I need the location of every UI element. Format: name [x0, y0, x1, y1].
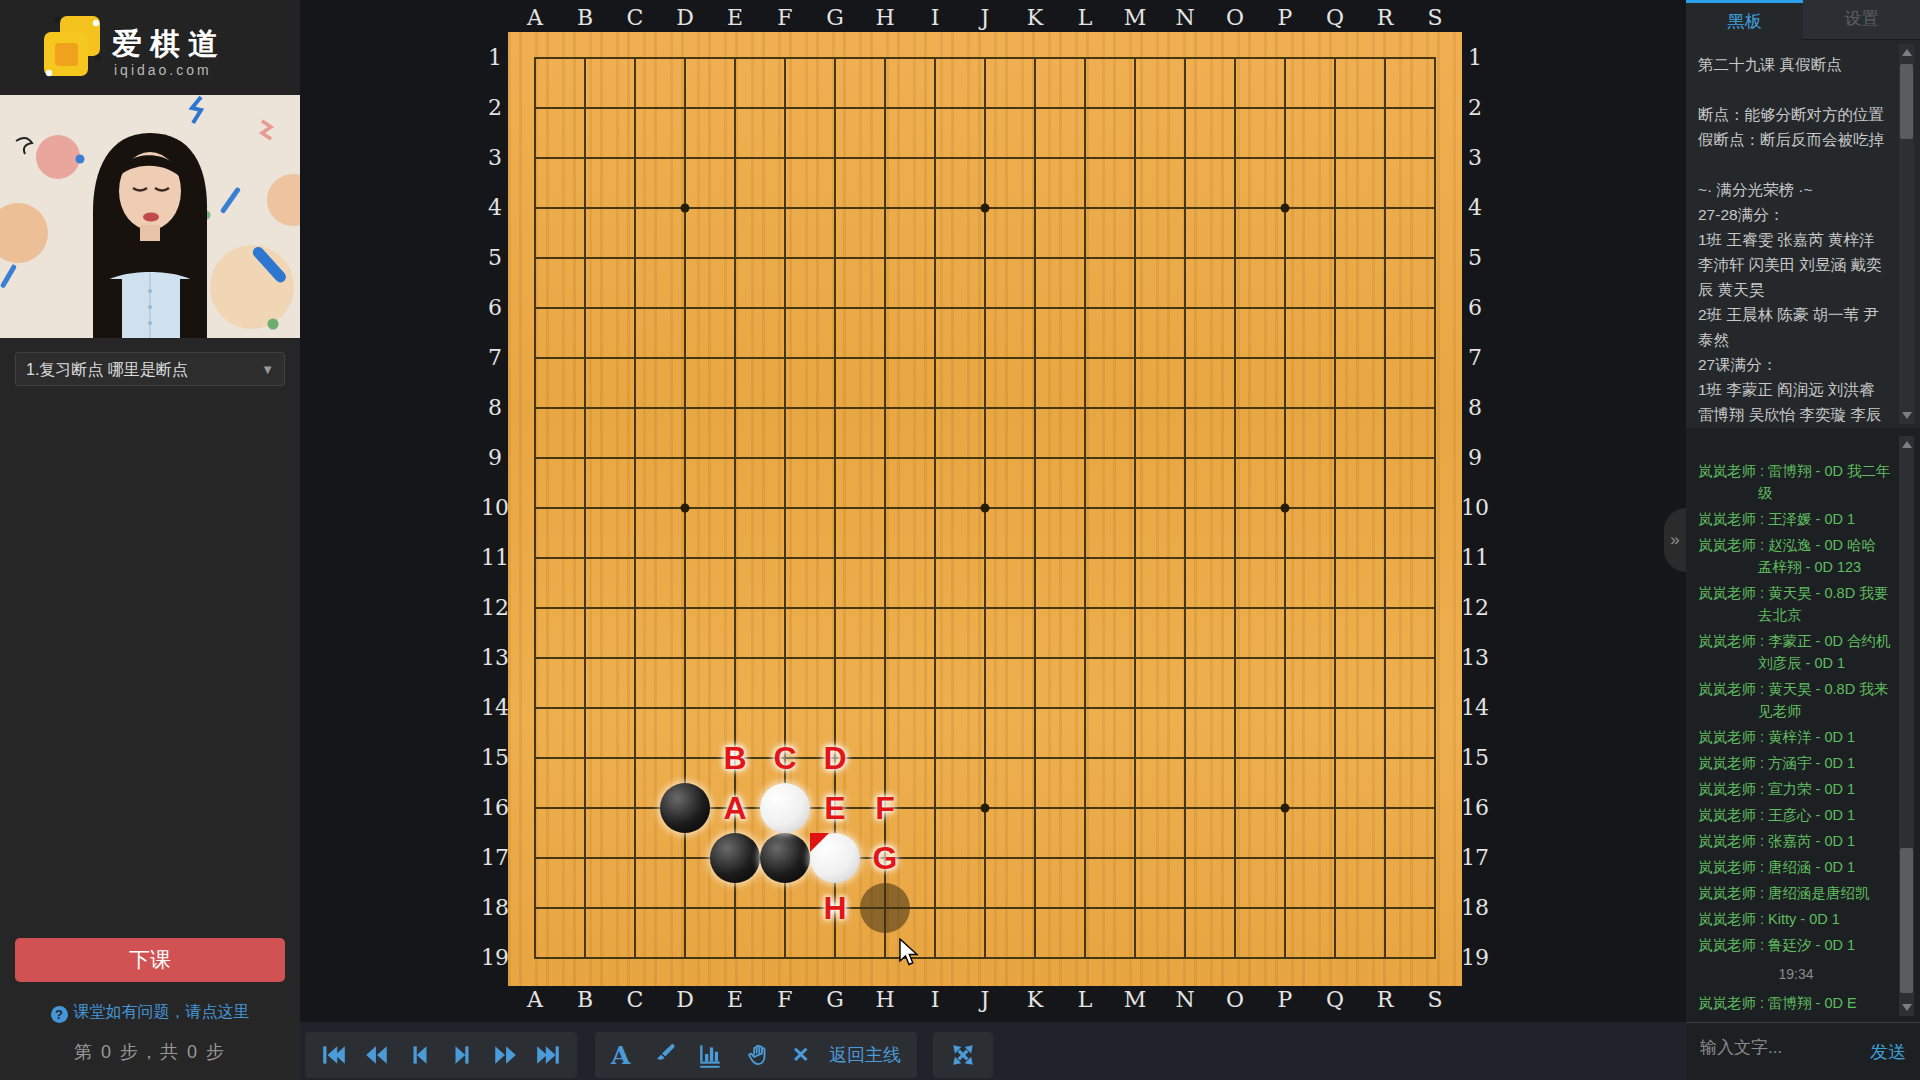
blackboard-line: 1班 李蒙正 阎润远 刘洪睿: [1698, 377, 1896, 402]
board-row-label-left: 16: [470, 795, 520, 821]
blackboard-line: 辰 黄天昊: [1698, 277, 1896, 302]
board-column-label-bottom: N: [1160, 987, 1210, 1013]
mouse-cursor: [898, 938, 920, 968]
blackboard-line: 李沛轩 闪美田 刘昱涵 戴奕: [1698, 252, 1896, 277]
board-column-label-bottom: B: [560, 987, 610, 1013]
playback-controls: [305, 1032, 577, 1078]
board-column-label-top: E: [710, 5, 760, 31]
blackboard-line: 假断点：断后反而会被吃掉: [1698, 127, 1896, 152]
chat-message: 岚岚老师 : 黄天昊 - 0.8D 我来见老师: [1698, 678, 1894, 722]
tab-bar: 黑板 设置: [1686, 0, 1920, 40]
chat-message: 岚岚老师 : 黄梓洋 - 0D 1: [1698, 726, 1894, 748]
board-row-label-right: 1: [1450, 45, 1500, 71]
board-label-B: B: [723, 740, 746, 777]
black-stone-D16[interactable]: [660, 783, 710, 833]
annotation-tools: A ✕ 返回主线: [595, 1032, 917, 1078]
board-column-label-top: O: [1210, 5, 1260, 31]
board-column-label-top: R: [1360, 5, 1410, 31]
board-label-H: H: [823, 890, 846, 927]
chat-input[interactable]: [1698, 1037, 1842, 1059]
board-row-label-left: 8: [470, 395, 520, 421]
board-row-label-right: 16: [1450, 795, 1500, 821]
board-row-label-right: 10: [1450, 495, 1500, 521]
fullscreen-panel: [933, 1032, 993, 1078]
board-row-label-left: 1: [470, 45, 520, 71]
board-column-label-top: H: [860, 5, 910, 31]
blackboard-line: 雷博翔 吴欣怡 李奕璇 李辰: [1698, 402, 1896, 427]
board-row-label-left: 6: [470, 295, 520, 321]
scroll-down-icon[interactable]: [1902, 1004, 1912, 1011]
board-row-label-right: 12: [1450, 595, 1500, 621]
board-row-label-right: 5: [1450, 245, 1500, 271]
board-column-label-bottom: G: [810, 987, 860, 1013]
blackboard-panel: 第二十九课 真假断点 断点：能够分断对方的位置假断点：断后反而会被吃掉 ~· 满…: [1686, 40, 1920, 428]
board-label-E: E: [824, 790, 845, 827]
fullscreen-icon[interactable]: [949, 1042, 977, 1068]
board-row-label-left: 13: [470, 645, 520, 671]
skip-to-end-icon[interactable]: [534, 1042, 562, 1068]
board-row-label-left: 9: [470, 445, 520, 471]
blackboard-line: 1班 王睿雯 张嘉芮 黄梓洋: [1698, 227, 1896, 252]
white-stone-F16[interactable]: [760, 783, 810, 833]
board-row-label-right: 9: [1450, 445, 1500, 471]
board-label-A: A: [723, 790, 746, 827]
board-row-label-left: 19: [470, 945, 520, 971]
star-point: [1281, 804, 1290, 813]
board-column-label-top: C: [610, 5, 660, 31]
app-root: 爱棋道 iqidao.com: [0, 0, 1920, 1080]
chat-scrollbar[interactable]: [1899, 436, 1914, 1016]
chat-input-bar: 发送: [1686, 1022, 1920, 1080]
end-class-button[interactable]: 下课: [15, 938, 285, 982]
blackboard-line: [1698, 77, 1896, 102]
chat-scroll-thumb[interactable]: [1900, 848, 1913, 993]
star-point: [681, 504, 690, 513]
black-stone-F17[interactable]: [760, 833, 810, 883]
chat-message: 岚岚老师 : Kitty - 0D 1: [1698, 908, 1894, 930]
board-row-label-left: 4: [470, 195, 520, 221]
blackboard-line: 泰然: [1698, 327, 1896, 352]
skip-to-start-icon[interactable]: [320, 1042, 348, 1068]
collapse-handle[interactable]: »: [1664, 508, 1686, 572]
board-column-label-top: G: [810, 5, 860, 31]
scroll-up-icon[interactable]: [1902, 441, 1912, 448]
fast-forward-icon[interactable]: [491, 1042, 519, 1068]
right-sidebar: » 黑板 设置 第二十九课 真假断点 断点：能够分断对方的位置假断点：断后反而会…: [1686, 0, 1920, 1080]
chat-message: 岚岚老师 : 鲁廷汐 - 0D 1: [1698, 934, 1894, 956]
question-icon: ?: [51, 1006, 68, 1023]
chat-message: 岚岚老师 : 唐绍涵 - 0D 1: [1698, 856, 1894, 878]
board-column-label-bottom: F: [760, 987, 810, 1013]
board-column-label-top: F: [760, 5, 810, 31]
text-tool-icon[interactable]: A: [611, 1041, 630, 1070]
lesson-dropdown-value: 1.复习断点 哪里是断点: [26, 361, 188, 378]
chat-message: 岚岚老师 : 方涵宇 - 0D 1: [1698, 752, 1894, 774]
star-point: [1281, 204, 1290, 213]
help-link-text: 课堂如有问题，请点这里: [74, 1003, 250, 1020]
board-row-label-right: 17: [1450, 845, 1500, 871]
chevron-down-icon: ▼: [261, 353, 274, 387]
brand-name: 爱棋道: [112, 24, 226, 65]
chat-message: 岚岚老师 : 李蒙正 - 0D 合约机 刘彦辰 - 0D 1: [1698, 630, 1894, 674]
chat-message: 岚岚老师 : 黄天昊 - 0.8D 我要去北京: [1698, 582, 1894, 626]
send-button[interactable]: 发送: [1870, 1040, 1906, 1064]
blackboard-line: ~· 满分光荣榜 ·~: [1698, 177, 1896, 202]
blackboard-line: 第二十九课 真假断点: [1698, 52, 1896, 77]
board-label-G: G: [873, 840, 898, 877]
blackboard-scrollbar[interactable]: [1899, 44, 1914, 424]
star-point: [1281, 504, 1290, 513]
blackboard-line: 27-28满分：: [1698, 202, 1896, 227]
board-row-label-right: 13: [1450, 645, 1500, 671]
star-point: [981, 804, 990, 813]
board-column-label-bottom: K: [1010, 987, 1060, 1013]
board-column-label-bottom: I: [910, 987, 960, 1013]
board-row-label-left: 17: [470, 845, 520, 871]
board-label-D: D: [823, 740, 846, 777]
board-column-label-bottom: M: [1110, 987, 1160, 1013]
board-row-label-left: 11: [470, 545, 520, 571]
hand-tool-icon[interactable]: [745, 1042, 773, 1068]
board-column-label-bottom: E: [710, 987, 760, 1013]
board-column-label-top: S: [1410, 5, 1460, 31]
board-row-label-right: 18: [1450, 895, 1500, 921]
chat-message: 岚岚老师 : 王彦心 - 0D 1: [1698, 804, 1894, 826]
chat-message: 岚岚老师 : 张嘉芮 - 0D 1: [1698, 830, 1894, 852]
board-row-label-left: 5: [470, 245, 520, 271]
chat-message: 岚岚老师 : 赵泓逸 - 0D 哈哈 孟梓翔 - 0D 123: [1698, 534, 1894, 578]
board-column-label-top: A: [510, 5, 560, 31]
step-forward-icon[interactable]: [448, 1042, 476, 1068]
left-sidebar: 爱棋道 iqidao.com: [0, 0, 300, 1080]
board-column-label-bottom: D: [660, 987, 710, 1013]
board-column-label-bottom: O: [1210, 987, 1260, 1013]
blackboard-scroll-thumb[interactable]: [1900, 64, 1913, 139]
board-label-F: F: [875, 790, 895, 827]
iqidao-logo-icon: [36, 14, 106, 84]
step-backward-icon[interactable]: [406, 1042, 434, 1068]
tab-blackboard[interactable]: 黑板: [1686, 0, 1803, 40]
scroll-down-icon[interactable]: [1902, 412, 1912, 419]
chat-message: 岚岚老师 : 雷博翔 - 0D E: [1698, 992, 1894, 1014]
chat-panel: 岚岚老师 : 雷博翔 - 0D 我二年级岚岚老师 : 王泽媛 - 0D 1岚岚老…: [1686, 428, 1920, 1022]
board-column-label-top: K: [1010, 5, 1060, 31]
board-row-label-right: 6: [1450, 295, 1500, 321]
board-column-label-bottom: H: [860, 987, 910, 1013]
board-column-label-bottom: A: [510, 987, 560, 1013]
board-row-label-left: 3: [470, 145, 520, 171]
board-column-label-bottom: P: [1260, 987, 1310, 1013]
board-column-label-bottom: L: [1060, 987, 1110, 1013]
board-label-C: C: [773, 740, 796, 777]
board-column-label-top: M: [1110, 5, 1160, 31]
board-row-label-left: 12: [470, 595, 520, 621]
chat-message: 岚岚老师 : 宣力荣 - 0D 1: [1698, 778, 1894, 800]
tab-settings[interactable]: 设置: [1803, 0, 1920, 40]
star-point: [981, 504, 990, 513]
board-row-label-right: 15: [1450, 745, 1500, 771]
board-row-label-left: 7: [470, 345, 520, 371]
board-row-label-left: 2: [470, 95, 520, 121]
bottom-toolbar: A ✕ 返回主线: [300, 1022, 1686, 1080]
board-column-label-top: I: [910, 5, 960, 31]
board-area: AABBCCDDEEFFGGHHIIJJKKLLMMNNOOPPQQRRSS11…: [300, 0, 1686, 1080]
board-column-label-bottom: R: [1360, 987, 1410, 1013]
board-column-label-bottom: C: [610, 987, 660, 1013]
board-column-label-top: D: [660, 5, 710, 31]
board-column-label-bottom: Q: [1310, 987, 1360, 1013]
board-column-label-bottom: S: [1410, 987, 1460, 1013]
board-row-label-left: 15: [470, 745, 520, 771]
blackboard-line: [1698, 152, 1896, 177]
board-row-label-right: 3: [1450, 145, 1500, 171]
preview-stone-H18[interactable]: [860, 883, 910, 933]
star-point: [981, 204, 990, 213]
board-row-label-right: 4: [1450, 195, 1500, 221]
board-column-label-top: B: [560, 5, 610, 31]
board-column-label-top: L: [1060, 5, 1110, 31]
chat-message: 岚岚老师 : 王泽媛 - 0D 1: [1698, 508, 1894, 530]
lesson-dropdown[interactable]: 1.复习断点 哪里是断点 ▼: [15, 352, 285, 386]
blackboard-line: 27课满分：: [1698, 352, 1896, 377]
fast-backward-icon[interactable]: [363, 1042, 391, 1068]
board-column-label-top: J: [960, 5, 1010, 31]
board-row-label-left: 14: [470, 695, 520, 721]
chat-message: 岚岚老师 : 唐绍涵是唐绍凯: [1698, 882, 1894, 904]
board-column-label-top: Q: [1310, 5, 1360, 31]
board-row-label-right: 11: [1450, 545, 1500, 571]
board-column-label-bottom: J: [960, 987, 1010, 1013]
return-mainline-button[interactable]: 返回主线: [829, 1043, 901, 1067]
chart-tool-icon[interactable]: [697, 1042, 725, 1068]
brush-tool-icon[interactable]: [650, 1042, 678, 1068]
help-link[interactable]: ?课堂如有问题，请点这里: [0, 1002, 300, 1023]
blackboard-line: 2班 王晨林 陈豪 胡一苇 尹: [1698, 302, 1896, 327]
board-row-label-left: 10: [470, 495, 520, 521]
board-row-label-left: 18: [470, 895, 520, 921]
star-point: [681, 204, 690, 213]
blackboard-line: 断点：能够分断对方的位置: [1698, 102, 1896, 127]
board-row-label-right: 7: [1450, 345, 1500, 371]
chat-message: 岚岚老师 : 雷博翔 - 0D 我二年级: [1698, 460, 1894, 504]
board-column-label-top: N: [1160, 5, 1210, 31]
board-row-label-right: 2: [1450, 95, 1500, 121]
board-row-label-right: 19: [1450, 945, 1500, 971]
brand-header: 爱棋道 iqidao.com: [0, 0, 300, 95]
board-row-label-right: 14: [1450, 695, 1500, 721]
board-row-label-right: 8: [1450, 395, 1500, 421]
teacher-webcam-illustration: [0, 95, 300, 338]
board-column-label-top: P: [1260, 5, 1310, 31]
step-counter: 第 0 步，共 0 步: [0, 1040, 300, 1064]
brand-domain: iqidao.com: [114, 62, 212, 78]
teacher-video: [0, 95, 300, 338]
close-tool-icon[interactable]: ✕: [792, 1043, 810, 1067]
black-stone-E17[interactable]: [710, 833, 760, 883]
chat-timestamp: 19:34: [1698, 966, 1894, 982]
scroll-up-icon[interactable]: [1902, 49, 1912, 56]
